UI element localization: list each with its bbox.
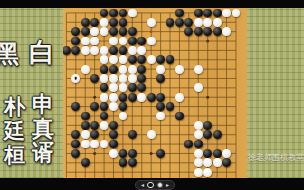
white-stone <box>222 9 231 18</box>
black-stone <box>128 93 137 102</box>
white-stone <box>147 37 156 46</box>
white-stone <box>147 55 156 64</box>
black-stone <box>175 112 184 121</box>
black-stone <box>81 112 90 121</box>
white-stone <box>203 168 212 177</box>
video-frame: 黑 白 朴 廷 桓 申 真 谞 徐老师围棋教室 ◂ ▸ <box>0 0 304 190</box>
white-stone <box>128 65 137 74</box>
black-stone <box>119 93 128 102</box>
black-stone <box>194 27 203 36</box>
white-stone <box>119 65 128 74</box>
white-stone <box>194 130 203 139</box>
white-stone <box>81 46 90 55</box>
white-stone <box>128 46 137 55</box>
white-stone <box>194 168 203 177</box>
black-stone <box>213 27 222 36</box>
white-stone <box>194 18 203 27</box>
black-stone <box>63 46 71 55</box>
white-stone <box>81 65 90 74</box>
black-stone <box>109 65 118 74</box>
black-stone <box>156 149 165 158</box>
black-stone <box>194 140 203 149</box>
white-stone <box>222 27 231 36</box>
white-stone <box>128 74 137 83</box>
white-stone <box>81 37 90 46</box>
black-stone <box>71 46 80 55</box>
black-stone <box>137 74 146 83</box>
white-stone <box>100 121 109 130</box>
white-stone <box>109 149 118 158</box>
black-stone <box>100 65 109 74</box>
white-color-label: 白 <box>29 39 55 65</box>
black-stone <box>156 102 165 111</box>
black-stone <box>128 130 137 139</box>
black-stone <box>128 37 137 46</box>
white-stone <box>147 18 156 27</box>
black-stone <box>109 121 118 130</box>
white-stone <box>81 140 90 149</box>
white-stone <box>213 158 222 167</box>
white-player-name-char: 谞 <box>32 142 54 164</box>
black-stone <box>81 121 90 130</box>
white-stone <box>90 27 99 36</box>
black-stone <box>175 9 184 18</box>
black-stone <box>203 121 212 130</box>
black-stone <box>175 18 184 27</box>
white-stone <box>81 130 90 139</box>
black-stone <box>81 27 90 36</box>
white-stone <box>137 46 146 55</box>
white-stone <box>175 93 184 102</box>
black-stone <box>213 130 222 139</box>
white-stone <box>109 93 118 102</box>
black-player-name-char: 桓 <box>4 144 25 165</box>
black-stone <box>119 18 128 27</box>
black-stone <box>71 149 80 158</box>
black-stone <box>109 130 118 139</box>
black-color-label: 黑 <box>0 42 19 66</box>
channel-watermark: 徐老师围棋教室 <box>248 152 304 163</box>
black-stone <box>119 46 128 55</box>
white-stone <box>100 18 109 27</box>
white-stone <box>100 93 109 102</box>
last-move-marker <box>75 77 78 80</box>
white-stone <box>194 158 203 167</box>
white-stone <box>213 18 222 27</box>
black-stone <box>109 46 118 55</box>
black-stone <box>90 102 99 111</box>
white-stone <box>90 46 99 55</box>
black-stone <box>119 102 128 111</box>
black-stone <box>203 149 212 158</box>
white-stone <box>194 65 203 74</box>
white-player-name-char: 申 <box>32 94 54 116</box>
white-stone <box>119 74 128 83</box>
black-stone <box>128 158 137 167</box>
black-stone-toggle-icon[interactable] <box>147 182 154 189</box>
black-stone <box>119 149 128 158</box>
white-stone <box>137 93 146 102</box>
white-stone <box>194 121 203 130</box>
go-board <box>63 8 247 178</box>
black-stone <box>90 18 99 27</box>
black-stone <box>147 93 156 102</box>
white-stone <box>175 65 184 74</box>
black-stone <box>109 9 118 18</box>
black-stone <box>166 18 175 27</box>
black-player-name-char: 廷 <box>4 120 25 141</box>
player-toggle-control[interactable]: ◂ ▸ <box>135 180 175 190</box>
white-stone <box>222 149 231 158</box>
black-stone <box>128 27 137 36</box>
white-stone <box>156 65 165 74</box>
letterbox-top <box>0 0 304 8</box>
white-stone <box>203 18 212 27</box>
black-stone <box>81 18 90 27</box>
prev-move-icon[interactable]: ◂ <box>141 182 144 188</box>
black-stone <box>128 83 137 92</box>
black-stone <box>109 27 118 36</box>
black-stone <box>81 158 90 167</box>
white-player-name-char: 真 <box>32 118 54 140</box>
black-stone <box>90 121 99 130</box>
black-stone <box>137 65 146 74</box>
white-stone <box>100 46 109 55</box>
black-stone <box>213 149 222 158</box>
black-player-name-char: 朴 <box>4 96 25 117</box>
left-mat-panel: 黑 白 朴 廷 桓 申 真 谞 <box>0 8 63 178</box>
white-stone-toggle-icon[interactable] <box>157 182 164 189</box>
black-stone <box>194 9 203 18</box>
white-stone <box>194 83 203 92</box>
white-stone <box>109 55 118 64</box>
white-stone <box>128 9 137 18</box>
black-stone <box>156 93 165 102</box>
white-stone <box>109 74 118 83</box>
black-stone <box>128 149 137 158</box>
black-stone <box>213 9 222 18</box>
black-stone <box>128 55 137 64</box>
black-stone <box>109 18 118 27</box>
black-stone <box>156 74 165 83</box>
white-stone <box>109 102 118 111</box>
white-stone <box>147 130 156 139</box>
next-move-icon[interactable]: ▸ <box>166 182 169 188</box>
white-stone <box>194 149 203 158</box>
black-stone <box>184 18 193 27</box>
black-stone <box>90 74 99 83</box>
